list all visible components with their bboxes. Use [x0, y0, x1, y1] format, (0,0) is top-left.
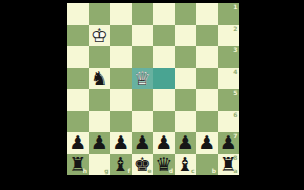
square-e4[interactable]: ♛♕	[132, 68, 154, 90]
file-label-a: a	[233, 168, 237, 174]
square-d8[interactable]: ♛d	[153, 154, 175, 176]
rank-label-3: 3	[233, 47, 237, 53]
square-e8[interactable]: ♚e	[132, 154, 154, 176]
square-b5[interactable]	[196, 89, 218, 111]
black-pawn-glyph: ♟	[153, 132, 175, 154]
square-c3[interactable]	[175, 46, 197, 68]
black-knight-piece[interactable]: ♞	[89, 68, 111, 90]
white-king-outline-glyph: ♔	[89, 25, 111, 47]
square-e1[interactable]	[132, 3, 154, 25]
square-d3[interactable]	[153, 46, 175, 68]
square-b7[interactable]: ♟	[196, 132, 218, 154]
rank-label-1: 1	[233, 4, 237, 10]
square-h3[interactable]	[67, 46, 89, 68]
black-pawn-piece[interactable]: ♟	[67, 132, 89, 154]
square-e6[interactable]	[132, 111, 154, 133]
square-g8[interactable]: g	[89, 154, 111, 176]
white-queen-outline-glyph: ♕	[132, 68, 154, 90]
square-b4[interactable]	[196, 68, 218, 90]
square-d5[interactable]	[153, 89, 175, 111]
square-c1[interactable]	[175, 3, 197, 25]
square-c4[interactable]	[175, 68, 197, 90]
file-label-e: e	[147, 168, 151, 174]
file-label-d: d	[169, 168, 173, 174]
square-h6[interactable]	[67, 111, 89, 133]
square-a7[interactable]: ♟7	[218, 132, 240, 154]
square-b1[interactable]	[196, 3, 218, 25]
square-a3[interactable]: 3	[218, 46, 240, 68]
black-pawn-glyph: ♟	[67, 132, 89, 154]
square-c6[interactable]	[175, 111, 197, 133]
square-d2[interactable]	[153, 25, 175, 47]
square-f1[interactable]	[110, 3, 132, 25]
square-b2[interactable]	[196, 25, 218, 47]
square-g3[interactable]	[89, 46, 111, 68]
square-g2[interactable]: ♚♔	[89, 25, 111, 47]
chess-board: 1♚♔23♞♛♕456♟♟♟♟♟♟♟♟7♜hg♝f♚e♛d♝cb♜8a	[67, 3, 239, 175]
file-label-c: c	[191, 168, 195, 174]
square-e2[interactable]	[132, 25, 154, 47]
file-label-f: f	[127, 168, 130, 174]
square-g7[interactable]: ♟	[89, 132, 111, 154]
white-queen-piece[interactable]: ♛♕	[132, 68, 154, 90]
square-a1[interactable]: 1	[218, 3, 240, 25]
white-king-piece[interactable]: ♚♔	[89, 25, 111, 47]
file-label-b: b	[212, 168, 216, 174]
square-h7[interactable]: ♟	[67, 132, 89, 154]
square-f8[interactable]: ♝f	[110, 154, 132, 176]
black-pawn-glyph: ♟	[196, 132, 218, 154]
black-pawn-glyph: ♟	[89, 132, 111, 154]
square-e5[interactable]	[132, 89, 154, 111]
square-h5[interactable]	[67, 89, 89, 111]
square-a4[interactable]: 4	[218, 68, 240, 90]
rank-label-7: 7	[233, 133, 237, 139]
black-pawn-glyph: ♟	[175, 132, 197, 154]
black-pawn-piece[interactable]: ♟	[153, 132, 175, 154]
square-b6[interactable]	[196, 111, 218, 133]
square-f3[interactable]	[110, 46, 132, 68]
rank-label-2: 2	[233, 26, 237, 32]
square-h1[interactable]	[67, 3, 89, 25]
square-h2[interactable]	[67, 25, 89, 47]
square-c7[interactable]: ♟	[175, 132, 197, 154]
square-f5[interactable]	[110, 89, 132, 111]
black-pawn-piece[interactable]: ♟	[110, 132, 132, 154]
black-knight-glyph: ♞	[89, 68, 111, 90]
square-a6[interactable]: 6	[218, 111, 240, 133]
black-pawn-piece[interactable]: ♟	[89, 132, 111, 154]
rank-label-5: 5	[233, 90, 237, 96]
square-a8[interactable]: ♜8a	[218, 154, 240, 176]
file-label-g: g	[104, 168, 108, 174]
square-f6[interactable]	[110, 111, 132, 133]
black-pawn-glyph: ♟	[110, 132, 132, 154]
square-d4[interactable]	[153, 68, 175, 90]
square-g5[interactable]	[89, 89, 111, 111]
rank-label-4: 4	[233, 69, 237, 75]
square-d6[interactable]	[153, 111, 175, 133]
square-d7[interactable]: ♟	[153, 132, 175, 154]
black-pawn-piece[interactable]: ♟	[132, 132, 154, 154]
square-h4[interactable]	[67, 68, 89, 90]
square-b8[interactable]: b	[196, 154, 218, 176]
rank-label-8: 8	[233, 155, 237, 161]
app-background: 1♚♔23♞♛♕456♟♟♟♟♟♟♟♟7♜hg♝f♚e♛d♝cb♜8a	[0, 0, 304, 190]
square-f4[interactable]	[110, 68, 132, 90]
square-g6[interactable]	[89, 111, 111, 133]
square-g4[interactable]: ♞	[89, 68, 111, 90]
square-b3[interactable]	[196, 46, 218, 68]
square-c8[interactable]: ♝c	[175, 154, 197, 176]
square-a5[interactable]: 5	[218, 89, 240, 111]
square-h8[interactable]: ♜h	[67, 154, 89, 176]
square-f2[interactable]	[110, 25, 132, 47]
black-pawn-piece[interactable]: ♟	[175, 132, 197, 154]
file-label-h: h	[83, 168, 87, 174]
square-c5[interactable]	[175, 89, 197, 111]
black-pawn-piece[interactable]: ♟	[196, 132, 218, 154]
square-c2[interactable]	[175, 25, 197, 47]
rank-label-6: 6	[233, 112, 237, 118]
square-e7[interactable]: ♟	[132, 132, 154, 154]
square-a2[interactable]: 2	[218, 25, 240, 47]
square-d1[interactable]	[153, 3, 175, 25]
square-e3[interactable]	[132, 46, 154, 68]
square-g1[interactable]	[89, 3, 111, 25]
square-f7[interactable]: ♟	[110, 132, 132, 154]
black-pawn-glyph: ♟	[132, 132, 154, 154]
